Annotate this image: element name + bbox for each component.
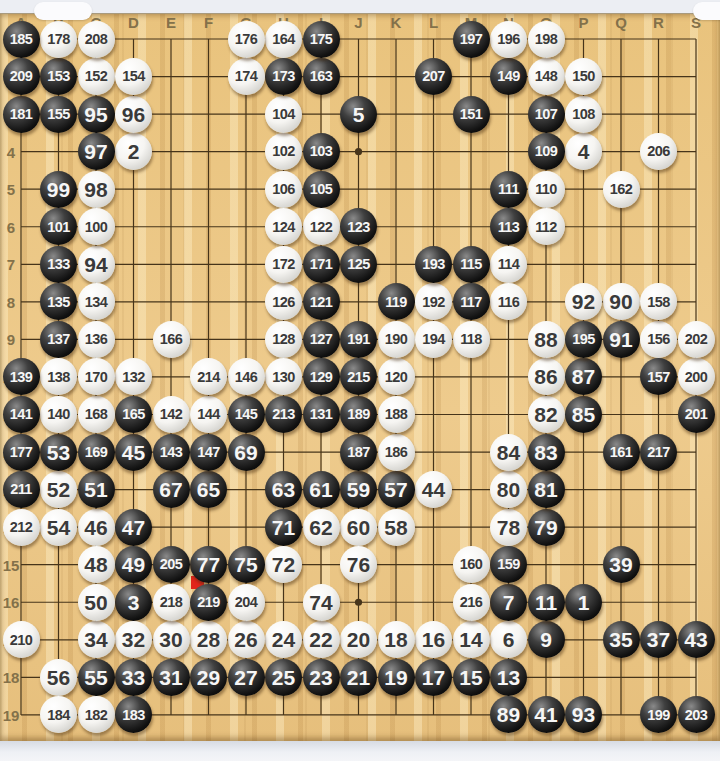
move-number: 205 bbox=[160, 557, 182, 572]
stone-H4[interactable]: 102 bbox=[265, 133, 302, 170]
move-number: 35 bbox=[609, 629, 632, 650]
stone-K18[interactable]: 19 bbox=[378, 659, 415, 696]
move-number: 88 bbox=[534, 329, 557, 350]
stone-A2[interactable]: 209 bbox=[3, 58, 40, 95]
stone-D16[interactable]: 3 bbox=[115, 584, 152, 621]
stone-F15[interactable]: 77 bbox=[190, 546, 227, 583]
stone-H14[interactable]: 71 bbox=[265, 509, 302, 546]
stone-C8[interactable]: 134 bbox=[78, 283, 115, 320]
stone-J7[interactable]: 125 bbox=[340, 246, 377, 283]
stone-H1[interactable]: 164 bbox=[265, 21, 302, 58]
move-number: 26 bbox=[234, 629, 257, 650]
move-number: 201 bbox=[685, 407, 707, 422]
stone-O13[interactable]: 81 bbox=[528, 471, 565, 508]
move-number: 215 bbox=[347, 370, 369, 385]
stone-D2[interactable]: 154 bbox=[115, 58, 152, 95]
move-number: 24 bbox=[272, 629, 295, 650]
stone-I1[interactable]: 175 bbox=[303, 21, 340, 58]
stone-C16[interactable]: 50 bbox=[78, 584, 115, 621]
stone-O1[interactable]: 198 bbox=[528, 21, 565, 58]
stone-B18[interactable]: 56 bbox=[40, 659, 77, 696]
stone-A3[interactable]: 181 bbox=[3, 96, 40, 133]
move-number: 186 bbox=[385, 445, 407, 460]
move-number: 58 bbox=[384, 517, 407, 538]
stone-K9[interactable]: 190 bbox=[378, 321, 415, 358]
stone-A14[interactable]: 212 bbox=[3, 509, 40, 546]
move-number: 91 bbox=[609, 329, 632, 350]
stone-E15[interactable]: 205 bbox=[153, 546, 190, 583]
stone-M17[interactable]: 14 bbox=[453, 621, 490, 658]
stone-J15[interactable]: 76 bbox=[340, 546, 377, 583]
move-number: 93 bbox=[572, 704, 595, 725]
move-number: 55 bbox=[84, 667, 107, 688]
move-number: 196 bbox=[497, 32, 519, 47]
stone-S11[interactable]: 201 bbox=[678, 396, 715, 433]
stone-F11[interactable]: 144 bbox=[190, 396, 227, 433]
stone-Q12[interactable]: 161 bbox=[603, 434, 640, 471]
stone-B9[interactable]: 137 bbox=[40, 321, 77, 358]
move-number: 204 bbox=[235, 595, 257, 610]
move-number: 212 bbox=[10, 520, 32, 535]
move-number: 81 bbox=[534, 479, 557, 500]
stone-E16[interactable]: 218 bbox=[153, 584, 190, 621]
move-number: 85 bbox=[572, 404, 595, 425]
stone-J13[interactable]: 59 bbox=[340, 471, 377, 508]
move-number: 178 bbox=[47, 32, 69, 47]
move-number: 216 bbox=[460, 595, 482, 610]
move-number: 82 bbox=[534, 404, 557, 425]
stone-R9[interactable]: 156 bbox=[640, 321, 677, 358]
stone-I6[interactable]: 122 bbox=[303, 208, 340, 245]
stone-C1[interactable]: 208 bbox=[78, 21, 115, 58]
stone-C14[interactable]: 46 bbox=[78, 509, 115, 546]
stone-S17[interactable]: 43 bbox=[678, 621, 715, 658]
move-number: 127 bbox=[310, 332, 332, 347]
move-number: 101 bbox=[47, 220, 69, 235]
move-number: 200 bbox=[685, 370, 707, 385]
stone-C9[interactable]: 136 bbox=[78, 321, 115, 358]
move-number: 135 bbox=[47, 295, 69, 310]
move-number: 34 bbox=[84, 629, 107, 650]
move-number: 148 bbox=[535, 69, 557, 84]
stone-D4[interactable]: 2 bbox=[115, 133, 152, 170]
move-number: 117 bbox=[460, 295, 482, 310]
move-number: 165 bbox=[122, 407, 144, 422]
move-number: 39 bbox=[609, 554, 632, 575]
move-number: 69 bbox=[234, 442, 257, 463]
stone-B12[interactable]: 53 bbox=[40, 434, 77, 471]
stone-A17[interactable]: 210 bbox=[3, 621, 40, 658]
stone-Q5[interactable]: 162 bbox=[603, 171, 640, 208]
stone-E12[interactable]: 143 bbox=[153, 434, 190, 471]
stone-I11[interactable]: 131 bbox=[303, 396, 340, 433]
move-number: 41 bbox=[534, 704, 557, 725]
stone-Q8[interactable]: 90 bbox=[603, 283, 640, 320]
stone-D11[interactable]: 165 bbox=[115, 396, 152, 433]
move-number: 192 bbox=[422, 295, 444, 310]
move-number: 206 bbox=[647, 144, 669, 159]
stone-K10[interactable]: 120 bbox=[378, 358, 415, 395]
stone-H7[interactable]: 172 bbox=[265, 246, 302, 283]
top-bar-widget-right bbox=[693, 2, 720, 20]
move-number: 131 bbox=[310, 407, 332, 422]
row-label-8: 8 bbox=[7, 293, 15, 310]
move-number: 49 bbox=[122, 554, 145, 575]
move-number: 30 bbox=[159, 629, 182, 650]
stone-M3[interactable]: 151 bbox=[453, 96, 490, 133]
star-point-J4 bbox=[355, 148, 362, 155]
stone-P16[interactable]: 1 bbox=[565, 584, 602, 621]
move-number: 176 bbox=[235, 32, 257, 47]
stone-N15[interactable]: 159 bbox=[490, 546, 527, 583]
stone-G10[interactable]: 146 bbox=[228, 358, 265, 395]
stone-H13[interactable]: 63 bbox=[265, 471, 302, 508]
move-number: 98 bbox=[84, 179, 107, 200]
move-number: 137 bbox=[47, 332, 69, 347]
stone-M9[interactable]: 118 bbox=[453, 321, 490, 358]
stone-D3[interactable]: 96 bbox=[115, 96, 152, 133]
move-number: 191 bbox=[347, 332, 369, 347]
stone-J11[interactable]: 189 bbox=[340, 396, 377, 433]
stone-I14[interactable]: 62 bbox=[303, 509, 340, 546]
stone-Q15[interactable]: 39 bbox=[603, 546, 640, 583]
stone-R12[interactable]: 217 bbox=[640, 434, 677, 471]
stone-C6[interactable]: 100 bbox=[78, 208, 115, 245]
move-number: 209 bbox=[10, 69, 32, 84]
stone-H9[interactable]: 128 bbox=[265, 321, 302, 358]
stone-O14[interactable]: 79 bbox=[528, 509, 565, 546]
stone-R4[interactable]: 206 bbox=[640, 133, 677, 170]
stone-E9[interactable]: 166 bbox=[153, 321, 190, 358]
move-number: 104 bbox=[272, 107, 294, 122]
stone-C12[interactable]: 169 bbox=[78, 434, 115, 471]
move-number: 47 bbox=[122, 517, 145, 538]
stone-B11[interactable]: 140 bbox=[40, 396, 77, 433]
stone-K11[interactable]: 188 bbox=[378, 396, 415, 433]
move-number: 129 bbox=[310, 370, 332, 385]
move-number: 79 bbox=[534, 517, 557, 538]
stone-C13[interactable]: 51 bbox=[78, 471, 115, 508]
move-number: 105 bbox=[310, 182, 332, 197]
stone-K13[interactable]: 57 bbox=[378, 471, 415, 508]
move-number: 107 bbox=[535, 107, 557, 122]
move-number: 162 bbox=[610, 182, 632, 197]
stone-B1[interactable]: 178 bbox=[40, 21, 77, 58]
stone-G2[interactable]: 174 bbox=[228, 58, 265, 95]
stone-O16[interactable]: 11 bbox=[528, 584, 565, 621]
move-number: 219 bbox=[197, 595, 219, 610]
move-number: 115 bbox=[460, 257, 482, 272]
stone-M16[interactable]: 216 bbox=[453, 584, 490, 621]
stone-I7[interactable]: 171 bbox=[303, 246, 340, 283]
stone-O11[interactable]: 82 bbox=[528, 396, 565, 433]
stone-I2[interactable]: 163 bbox=[303, 58, 340, 95]
stone-K8[interactable]: 119 bbox=[378, 283, 415, 320]
stone-H6[interactable]: 124 bbox=[265, 208, 302, 245]
stone-H18[interactable]: 25 bbox=[265, 659, 302, 696]
row-label-16: 16 bbox=[3, 594, 20, 611]
stone-O5[interactable]: 110 bbox=[528, 171, 565, 208]
stone-N6[interactable]: 113 bbox=[490, 208, 527, 245]
stone-C2[interactable]: 152 bbox=[78, 58, 115, 95]
stone-I13[interactable]: 61 bbox=[303, 471, 340, 508]
stone-M1[interactable]: 197 bbox=[453, 21, 490, 58]
stone-N1[interactable]: 196 bbox=[490, 21, 527, 58]
stone-I9[interactable]: 127 bbox=[303, 321, 340, 358]
stone-N2[interactable]: 149 bbox=[490, 58, 527, 95]
stone-O17[interactable]: 9 bbox=[528, 621, 565, 658]
stone-O6[interactable]: 112 bbox=[528, 208, 565, 245]
stone-G12[interactable]: 69 bbox=[228, 434, 265, 471]
stone-G17[interactable]: 26 bbox=[228, 621, 265, 658]
stone-I5[interactable]: 105 bbox=[303, 171, 340, 208]
stone-E18[interactable]: 31 bbox=[153, 659, 190, 696]
move-number: 140 bbox=[47, 407, 69, 422]
stone-S10[interactable]: 200 bbox=[678, 358, 715, 395]
stone-G11[interactable]: 145 bbox=[228, 396, 265, 433]
stone-G18[interactable]: 27 bbox=[228, 659, 265, 696]
move-number: 99 bbox=[47, 179, 70, 200]
stone-K12[interactable]: 186 bbox=[378, 434, 415, 471]
stone-B7[interactable]: 133 bbox=[40, 246, 77, 283]
stone-N7[interactable]: 114 bbox=[490, 246, 527, 283]
star-point-J16 bbox=[355, 599, 362, 606]
move-number: 147 bbox=[197, 445, 219, 460]
stone-C10[interactable]: 170 bbox=[78, 358, 115, 395]
stone-O10[interactable]: 86 bbox=[528, 358, 565, 395]
move-number: 31 bbox=[159, 667, 182, 688]
stone-D15[interactable]: 49 bbox=[115, 546, 152, 583]
stone-O4[interactable]: 109 bbox=[528, 133, 565, 170]
stone-I18[interactable]: 23 bbox=[303, 659, 340, 696]
stone-H15[interactable]: 72 bbox=[265, 546, 302, 583]
stone-A1[interactable]: 185 bbox=[3, 21, 40, 58]
move-number: 18 bbox=[384, 629, 407, 650]
move-number: 118 bbox=[460, 332, 482, 347]
stone-G15[interactable]: 75 bbox=[228, 546, 265, 583]
stone-N16[interactable]: 7 bbox=[490, 584, 527, 621]
move-number: 149 bbox=[497, 69, 519, 84]
stone-E11[interactable]: 142 bbox=[153, 396, 190, 433]
move-number: 116 bbox=[498, 295, 520, 310]
stone-J18[interactable]: 21 bbox=[340, 659, 377, 696]
stone-D18[interactable]: 33 bbox=[115, 659, 152, 696]
stone-K17[interactable]: 18 bbox=[378, 621, 415, 658]
stone-N18[interactable]: 13 bbox=[490, 659, 527, 696]
stone-F16[interactable]: 219 bbox=[190, 584, 227, 621]
move-number: 189 bbox=[347, 407, 369, 422]
stone-N5[interactable]: 111 bbox=[490, 171, 527, 208]
stone-L2[interactable]: 207 bbox=[415, 58, 452, 95]
move-number: 96 bbox=[122, 104, 145, 125]
move-number: 114 bbox=[498, 257, 520, 272]
move-number: 11 bbox=[535, 592, 557, 613]
move-number: 83 bbox=[534, 442, 557, 463]
stone-C7[interactable]: 94 bbox=[78, 246, 115, 283]
stone-L13[interactable]: 44 bbox=[415, 471, 452, 508]
stone-P3[interactable]: 108 bbox=[565, 96, 602, 133]
stone-E13[interactable]: 67 bbox=[153, 471, 190, 508]
stone-G1[interactable]: 176 bbox=[228, 21, 265, 58]
move-number: 202 bbox=[685, 332, 707, 347]
stone-A10[interactable]: 139 bbox=[3, 358, 40, 395]
move-number: 217 bbox=[647, 445, 669, 460]
stone-K14[interactable]: 58 bbox=[378, 509, 415, 546]
stone-M8[interactable]: 117 bbox=[453, 283, 490, 320]
move-number: 163 bbox=[310, 69, 332, 84]
move-number: 9 bbox=[540, 629, 552, 650]
stone-I16[interactable]: 74 bbox=[303, 584, 340, 621]
stone-C11[interactable]: 168 bbox=[78, 396, 115, 433]
row-label-4: 4 bbox=[7, 143, 15, 160]
stone-A13[interactable]: 211 bbox=[3, 471, 40, 508]
stone-E17[interactable]: 30 bbox=[153, 621, 190, 658]
top-label-L: L bbox=[429, 14, 438, 31]
stone-H2[interactable]: 173 bbox=[265, 58, 302, 95]
stone-O3[interactable]: 107 bbox=[528, 96, 565, 133]
stone-A11[interactable]: 141 bbox=[3, 396, 40, 433]
top-label-P: P bbox=[578, 14, 588, 31]
stone-C17[interactable]: 34 bbox=[78, 621, 115, 658]
stone-P4[interactable]: 4 bbox=[565, 133, 602, 170]
stone-L18[interactable]: 17 bbox=[415, 659, 452, 696]
move-number: 76 bbox=[347, 554, 370, 575]
stone-M18[interactable]: 15 bbox=[453, 659, 490, 696]
move-number: 213 bbox=[272, 407, 294, 422]
stone-J3[interactable]: 5 bbox=[340, 96, 377, 133]
stone-F12[interactable]: 147 bbox=[190, 434, 227, 471]
stone-J9[interactable]: 191 bbox=[340, 321, 377, 358]
move-number: 175 bbox=[310, 32, 332, 47]
stone-S9[interactable]: 202 bbox=[678, 321, 715, 358]
stone-S19[interactable]: 203 bbox=[678, 696, 715, 733]
move-number: 168 bbox=[85, 407, 107, 422]
stone-C5[interactable]: 98 bbox=[78, 171, 115, 208]
row-label-5: 5 bbox=[7, 181, 15, 198]
move-number: 130 bbox=[272, 370, 294, 385]
move-number: 159 bbox=[497, 557, 519, 572]
stone-A12[interactable]: 177 bbox=[3, 434, 40, 471]
go-board[interactable]: ABCDEFGHIJKLMNOPQRS123456789101112131415… bbox=[0, 13, 720, 743]
stone-D12[interactable]: 45 bbox=[115, 434, 152, 471]
stone-N12[interactable]: 84 bbox=[490, 434, 527, 471]
move-number: 13 bbox=[497, 667, 520, 688]
move-number: 184 bbox=[47, 708, 69, 723]
move-number: 102 bbox=[272, 144, 294, 159]
stone-B5[interactable]: 99 bbox=[40, 171, 77, 208]
move-number: 144 bbox=[197, 407, 219, 422]
top-label-R: R bbox=[653, 14, 664, 31]
stone-O9[interactable]: 88 bbox=[528, 321, 565, 358]
move-number: 193 bbox=[422, 257, 444, 272]
top-label-J: J bbox=[354, 14, 362, 31]
stone-J12[interactable]: 187 bbox=[340, 434, 377, 471]
move-number: 181 bbox=[10, 107, 32, 122]
stone-I10[interactable]: 129 bbox=[303, 358, 340, 395]
move-number: 171 bbox=[310, 257, 332, 272]
stone-C18[interactable]: 55 bbox=[78, 659, 115, 696]
move-number: 154 bbox=[122, 69, 144, 84]
move-number: 29 bbox=[197, 667, 220, 688]
move-number: 214 bbox=[197, 370, 219, 385]
move-number: 110 bbox=[535, 182, 557, 197]
stone-H3[interactable]: 104 bbox=[265, 96, 302, 133]
stone-P2[interactable]: 150 bbox=[565, 58, 602, 95]
move-number: 97 bbox=[84, 141, 107, 162]
stone-F13[interactable]: 65 bbox=[190, 471, 227, 508]
stone-F18[interactable]: 29 bbox=[190, 659, 227, 696]
stone-N14[interactable]: 78 bbox=[490, 509, 527, 546]
stone-G16[interactable]: 204 bbox=[228, 584, 265, 621]
move-number: 199 bbox=[647, 708, 669, 723]
move-number: 187 bbox=[347, 445, 369, 460]
move-number: 5 bbox=[353, 104, 365, 125]
move-number: 138 bbox=[47, 370, 69, 385]
stone-C19[interactable]: 182 bbox=[78, 696, 115, 733]
top-label-K: K bbox=[391, 14, 402, 31]
move-number: 211 bbox=[10, 482, 32, 497]
stone-I4[interactable]: 103 bbox=[303, 133, 340, 170]
stone-O12[interactable]: 83 bbox=[528, 434, 565, 471]
move-number: 20 bbox=[347, 629, 370, 650]
move-number: 218 bbox=[160, 595, 182, 610]
move-number: 100 bbox=[85, 220, 107, 235]
move-number: 103 bbox=[310, 144, 332, 159]
stone-J14[interactable]: 60 bbox=[340, 509, 377, 546]
move-number: 111 bbox=[498, 182, 519, 197]
move-number: 125 bbox=[347, 257, 369, 272]
move-number: 136 bbox=[85, 332, 107, 347]
move-number: 46 bbox=[84, 517, 107, 538]
stone-C15[interactable]: 48 bbox=[78, 546, 115, 583]
move-number: 106 bbox=[272, 182, 294, 197]
move-number: 45 bbox=[122, 442, 145, 463]
stone-M7[interactable]: 115 bbox=[453, 246, 490, 283]
move-number: 74 bbox=[309, 592, 332, 613]
stone-H11[interactable]: 213 bbox=[265, 396, 302, 433]
stone-Q9[interactable]: 91 bbox=[603, 321, 640, 358]
move-number: 92 bbox=[572, 291, 595, 312]
move-number: 6 bbox=[503, 629, 515, 650]
move-number: 142 bbox=[160, 407, 182, 422]
stone-C4[interactable]: 97 bbox=[78, 133, 115, 170]
move-number: 169 bbox=[85, 445, 107, 460]
stone-I17[interactable]: 22 bbox=[303, 621, 340, 658]
stone-O19[interactable]: 41 bbox=[528, 696, 565, 733]
stone-L7[interactable]: 193 bbox=[415, 246, 452, 283]
stone-P9[interactable]: 195 bbox=[565, 321, 602, 358]
stone-H5[interactable]: 106 bbox=[265, 171, 302, 208]
stone-D14[interactable]: 47 bbox=[115, 509, 152, 546]
stone-I8[interactable]: 121 bbox=[303, 283, 340, 320]
stone-O2[interactable]: 148 bbox=[528, 58, 565, 95]
stone-J6[interactable]: 123 bbox=[340, 208, 377, 245]
stone-N13[interactable]: 80 bbox=[490, 471, 527, 508]
stone-C3[interactable]: 95 bbox=[78, 96, 115, 133]
stone-L9[interactable]: 194 bbox=[415, 321, 452, 358]
move-number: 109 bbox=[535, 144, 557, 159]
stone-Q17[interactable]: 35 bbox=[603, 621, 640, 658]
row-label-6: 6 bbox=[7, 218, 15, 235]
move-number: 72 bbox=[272, 554, 295, 575]
stone-M15[interactable]: 160 bbox=[453, 546, 490, 583]
stone-B2[interactable]: 153 bbox=[40, 58, 77, 95]
stone-B14[interactable]: 54 bbox=[40, 509, 77, 546]
stone-B6[interactable]: 101 bbox=[40, 208, 77, 245]
stone-P11[interactable]: 85 bbox=[565, 396, 602, 433]
stone-B3[interactable]: 155 bbox=[40, 96, 77, 133]
stone-B13[interactable]: 52 bbox=[40, 471, 77, 508]
